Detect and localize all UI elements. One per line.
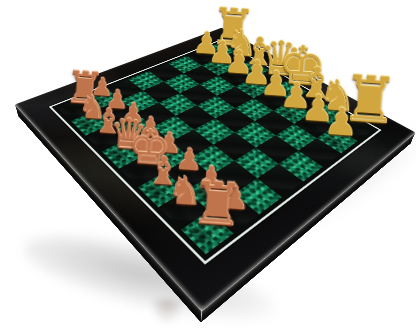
scene-tilt: ♜♞♝♛♚♝♞♜♟♟♟♟♟♟♟♟♟♟♟♟♟♟♟♟♜♞♝♛♚♝♞♜ bbox=[0, 0, 416, 328]
board-grid: ♜♞♝♛♚♝♞♜♟♟♟♟♟♟♟♟♟♟♟♟♟♟♟♟♜♞♝♛♚♝♞♜ bbox=[57, 43, 373, 255]
chess-board: ♜♞♝♛♚♝♞♜♟♟♟♟♟♟♟♟♟♟♟♟♟♟♟♟♜♞♝♛♚♝♞♜ bbox=[15, 28, 416, 311]
board-playing-area: ♜♞♝♛♚♝♞♜♟♟♟♟♟♟♟♟♟♟♟♟♟♟♟♟♜♞♝♛♚♝♞♜ bbox=[49, 39, 382, 264]
square-h8[interactable]: ♜ bbox=[181, 211, 234, 254]
product-photo-canvas: ♜♞♝♛♚♝♞♜♟♟♟♟♟♟♟♟♟♟♟♟♟♟♟♟♜♞♝♛♚♝♞♜ bbox=[0, 0, 416, 328]
board-slab: ♜♞♝♛♚♝♞♜♟♟♟♟♟♟♟♟♟♟♟♟♟♟♟♟♜♞♝♛♚♝♞♜ bbox=[15, 28, 416, 311]
piece-copper-rook-h8[interactable]: ♜ bbox=[189, 176, 230, 233]
piece-gold-pawn-h2[interactable]: ♟ bbox=[323, 104, 354, 141]
perspective-scene: ♜♞♝♛♚♝♞♜♟♟♟♟♟♟♟♟♟♟♟♟♟♟♟♟♜♞♝♛♚♝♞♜ bbox=[0, 0, 416, 328]
